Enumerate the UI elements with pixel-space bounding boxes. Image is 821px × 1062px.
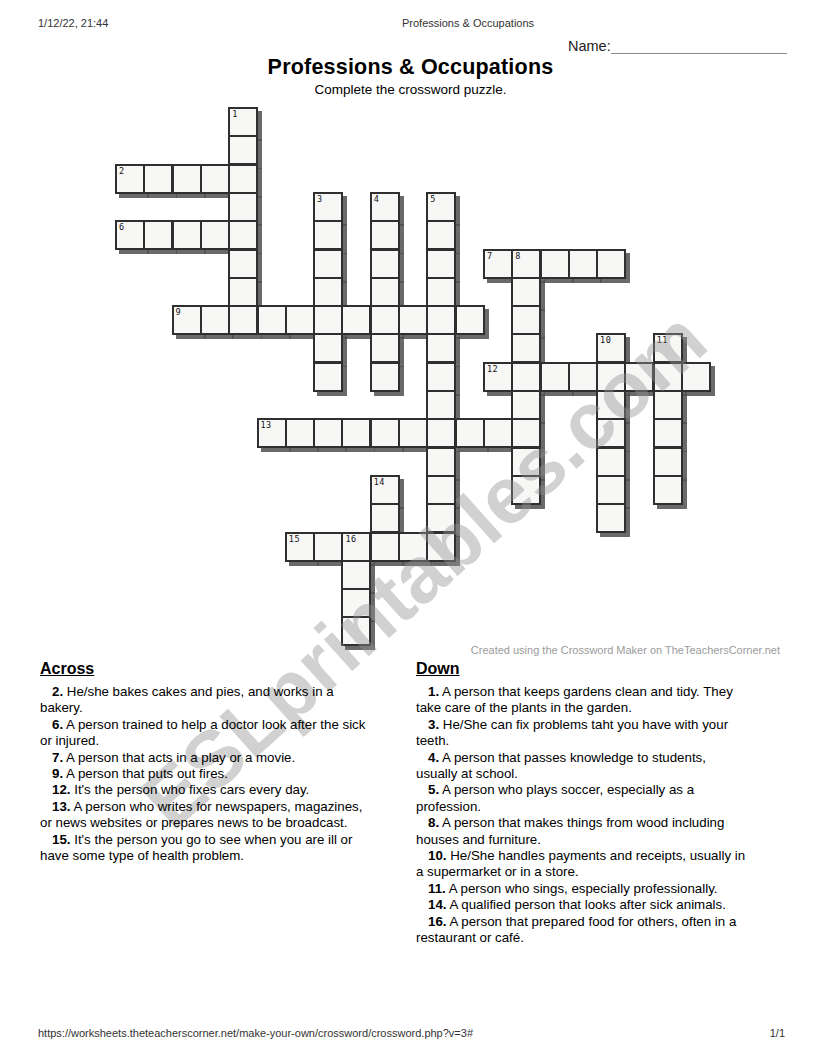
crossword-cell-r8c19[interactable]: 11 (653, 333, 683, 363)
cell-number-10: 10 (600, 336, 611, 345)
crossword-cell-r3c4[interactable] (228, 192, 258, 222)
cell-number-6: 6 (119, 223, 125, 232)
name-label: Name: (568, 38, 611, 54)
crossword-cell-r9c19[interactable] (653, 362, 683, 392)
page-subtitle: Complete the crossword puzzle. (0, 82, 821, 97)
crossword-cell-r4c9[interactable] (370, 220, 400, 250)
crossword-cell-r8c17[interactable]: 10 (596, 333, 626, 363)
crossword-cell-r8c11[interactable] (426, 333, 456, 363)
crossword-cell-r5c16[interactable] (568, 249, 598, 279)
crossword-cell-r7c8[interactable] (341, 305, 371, 335)
down-heading: Down (416, 660, 816, 678)
crossword-cell-r11c13[interactable] (483, 418, 513, 448)
crossword-cell-r11c11[interactable] (426, 418, 456, 448)
cell-number-5: 5 (430, 195, 436, 204)
across-clues-section: Across 2. He/she bakes cakes and pies, a… (40, 660, 412, 864)
crossword-cell-r4c1[interactable] (143, 220, 173, 250)
crossword-cell-r16c8[interactable] (341, 560, 371, 590)
crossword-cell-r2c1[interactable] (143, 164, 173, 194)
crossword-cell-r4c7[interactable] (313, 220, 343, 250)
crossword-cell-r7c11[interactable] (426, 305, 456, 335)
crossword-cell-r12c11[interactable] (426, 447, 456, 477)
crossword-cell-r14c17[interactable] (596, 503, 626, 533)
cell-number-14: 14 (374, 478, 385, 487)
cell-number-9: 9 (176, 308, 182, 317)
worksheet-page: 1/12/22, 21:44 Professions & Occupations… (0, 0, 821, 1062)
crossword-cell-r7c3[interactable] (200, 305, 230, 335)
crossword-cell-r11c14[interactable] (511, 418, 541, 448)
crossword-cell-r11c12[interactable] (455, 418, 485, 448)
crossword-cell-r14c9[interactable] (370, 503, 400, 533)
clue-14: 14. A qualified person that looks after … (416, 897, 816, 913)
crossword-cell-r15c9[interactable] (370, 532, 400, 562)
crossword-cell-r8c14[interactable] (511, 333, 541, 363)
crossword-cell-r15c11[interactable] (426, 532, 456, 562)
crossword-cell-r5c11[interactable] (426, 249, 456, 279)
cell-number-8: 8 (515, 252, 521, 261)
crossword-cell-r11c10[interactable] (398, 418, 428, 448)
crossword-cell-r7c14[interactable] (511, 305, 541, 335)
crossword-cell-r11c17[interactable] (596, 418, 626, 448)
footer-url: https://worksheets.theteacherscorner.net… (38, 1027, 473, 1039)
crossword-cell-r9c16[interactable] (568, 362, 598, 392)
crossword-cell-r15c10[interactable] (398, 532, 428, 562)
crossword-cell-r2c0[interactable]: 2 (115, 164, 145, 194)
across-list: 2. He/she bakes cakes and pies, and work… (40, 684, 412, 864)
clue-3: 3. He/She can fix problems taht you have… (416, 717, 816, 750)
crossword-cell-r11c7[interactable] (313, 418, 343, 448)
crossword-cell-r7c12[interactable] (455, 305, 485, 335)
crossword-cell-r5c17[interactable] (596, 249, 626, 279)
crossword-cell-r7c7[interactable] (313, 305, 343, 335)
crossword-board: 12345678910111213141516 (115, 107, 710, 645)
crossword-cell-r13c19[interactable] (653, 475, 683, 505)
crossword-cell-r15c7[interactable] (313, 532, 343, 562)
crossword-cell-r7c5[interactable] (257, 305, 287, 335)
clue-9: 9. A person that puts out fires. (40, 766, 412, 782)
crossword-cell-r11c8[interactable] (341, 418, 371, 448)
crossword-cell-r10c19[interactable] (653, 390, 683, 420)
crossword-cell-r7c4[interactable] (228, 305, 258, 335)
crossword-cell-r5c14[interactable]: 8 (511, 249, 541, 279)
crossword-cell-r2c2[interactable] (172, 164, 202, 194)
crossword-cell-r7c10[interactable] (398, 305, 428, 335)
crossword-cell-r9c18[interactable] (624, 362, 654, 392)
clue-15: 15. It's the person you go to see when y… (40, 832, 412, 865)
crossword-cell-r7c2[interactable]: 9 (172, 305, 202, 335)
clue-5: 5. A person who plays soccer, especially… (416, 782, 816, 815)
crossword-cell-r13c17[interactable] (596, 475, 626, 505)
crossword-cell-r3c11[interactable]: 5 (426, 192, 456, 222)
crossword-cell-r5c9[interactable] (370, 249, 400, 279)
crossword-cell-r11c9[interactable] (370, 418, 400, 448)
crossword-cell-r4c3[interactable] (200, 220, 230, 250)
cell-number-16: 16 (345, 535, 356, 544)
crossword-cell-r9c20[interactable] (681, 362, 711, 392)
crossword-cell-r17c8[interactable] (341, 588, 371, 618)
crossword-cell-r4c4[interactable] (228, 220, 258, 250)
cell-number-3: 3 (317, 195, 323, 204)
name-blank-line[interactable] (611, 38, 787, 54)
crossword-cell-r4c2[interactable] (172, 220, 202, 250)
clue-13: 13. A person who writes for newspapers, … (40, 799, 412, 832)
crossword-cell-r0c4[interactable]: 1 (228, 107, 258, 137)
clue-12: 12. It's the person who fixes cars every… (40, 782, 412, 798)
cell-number-12: 12 (487, 365, 498, 374)
crossword-cell-r8c9[interactable] (370, 333, 400, 363)
crossword-cell-r12c19[interactable] (653, 447, 683, 477)
crossword-cell-r2c3[interactable] (200, 164, 230, 194)
cell-number-15: 15 (289, 535, 300, 544)
crossword-cell-r6c4[interactable] (228, 277, 258, 307)
crossword-cell-r9c17[interactable] (596, 362, 626, 392)
clue-1: 1. A person that keeps gardens clean and… (416, 684, 816, 717)
cell-number-1: 1 (232, 110, 238, 119)
down-clues-section: Down 1. A person that keeps gardens clea… (416, 660, 816, 947)
crossword-cell-r7c6[interactable] (285, 305, 315, 335)
crossword-cell-r12c14[interactable] (511, 447, 541, 477)
down-list: 1. A person that keeps gardens clean and… (416, 684, 816, 947)
crossword-cell-r6c7[interactable] (313, 277, 343, 307)
crossword-cell-r8c7[interactable] (313, 333, 343, 363)
crossword-cell-r1c4[interactable] (228, 135, 258, 165)
crossword-cell-r5c13[interactable]: 7 (483, 249, 513, 279)
page-title: Professions & Occupations (0, 55, 821, 80)
crossword-cell-r13c9[interactable]: 14 (370, 475, 400, 505)
cell-number-11: 11 (657, 336, 668, 345)
clue-11: 11. A person who sings, especially profe… (416, 881, 816, 897)
crossword-cell-r11c6[interactable] (285, 418, 315, 448)
across-heading: Across (40, 660, 412, 678)
crossword-cell-r12c17[interactable] (596, 447, 626, 477)
crossword-cell-r9c13[interactable]: 12 (483, 362, 513, 392)
clue-7: 7. A person that acts in a play or a mov… (40, 750, 412, 766)
crossword-cell-r11c19[interactable] (653, 418, 683, 448)
crossword-cell-r15c8[interactable]: 16 (341, 532, 371, 562)
crossword-cell-r10c14[interactable] (511, 390, 541, 420)
clue-16: 16. A person that prepared food for othe… (416, 914, 816, 947)
crossword-cell-r15c6[interactable]: 15 (285, 532, 315, 562)
crossword-cell-r4c11[interactable] (426, 220, 456, 250)
crossword-cell-r13c14[interactable] (511, 475, 541, 505)
cell-number-13: 13 (261, 421, 272, 430)
crossword-cell-r3c9[interactable]: 4 (370, 192, 400, 222)
crossword-cell-r6c11[interactable] (426, 277, 456, 307)
cell-number-4: 4 (374, 195, 380, 204)
crossword-cell-r13c11[interactable] (426, 475, 456, 505)
crossword-cell-r5c4[interactable] (228, 249, 258, 279)
crossword-cell-r14c11[interactable] (426, 503, 456, 533)
crossword-cell-r10c17[interactable] (596, 390, 626, 420)
clue-6: 6. A person trained to help a doctor loo… (40, 717, 412, 750)
clue-10: 10. He/She handles payments and receipts… (416, 848, 816, 881)
crossword-cell-r9c9[interactable] (370, 362, 400, 392)
credit-line: Created using the Crossword Maker on The… (471, 644, 780, 656)
crossword-cell-r11c5[interactable]: 13 (257, 418, 287, 448)
cell-number-7: 7 (487, 252, 493, 261)
crossword-cell-r3c7[interactable]: 3 (313, 192, 343, 222)
crossword-cell-r9c15[interactable] (540, 362, 570, 392)
crossword-cell-r4c0[interactable]: 6 (115, 220, 145, 250)
crossword-cell-r9c7[interactable] (313, 362, 343, 392)
crossword-cell-r6c14[interactable] (511, 277, 541, 307)
crossword-cell-r7c9[interactable] (370, 305, 400, 335)
name-row: Name: (568, 38, 787, 54)
cell-number-2: 2 (119, 167, 125, 176)
crossword-cell-r6c9[interactable] (370, 277, 400, 307)
crossword-cell-r9c11[interactable] (426, 362, 456, 392)
print-datetime: 1/12/22, 21:44 (38, 17, 108, 29)
crossword-cell-r5c15[interactable] (540, 249, 570, 279)
print-header-title: Professions & Occupations (402, 17, 534, 29)
clue-8: 8. A person that makes things from wood … (416, 815, 816, 848)
clue-4: 4. A person that passes knowledge to stu… (416, 750, 816, 783)
crossword-cell-r2c4[interactable] (228, 164, 258, 194)
crossword-cell-r9c14[interactable] (511, 362, 541, 392)
clue-2: 2. He/she bakes cakes and pies, and work… (40, 684, 412, 717)
crossword-cell-r5c7[interactable] (313, 249, 343, 279)
crossword-cell-r10c11[interactable] (426, 390, 456, 420)
footer-page-number: 1/1 (770, 1027, 785, 1039)
crossword-cell-r18c8[interactable] (341, 616, 371, 646)
